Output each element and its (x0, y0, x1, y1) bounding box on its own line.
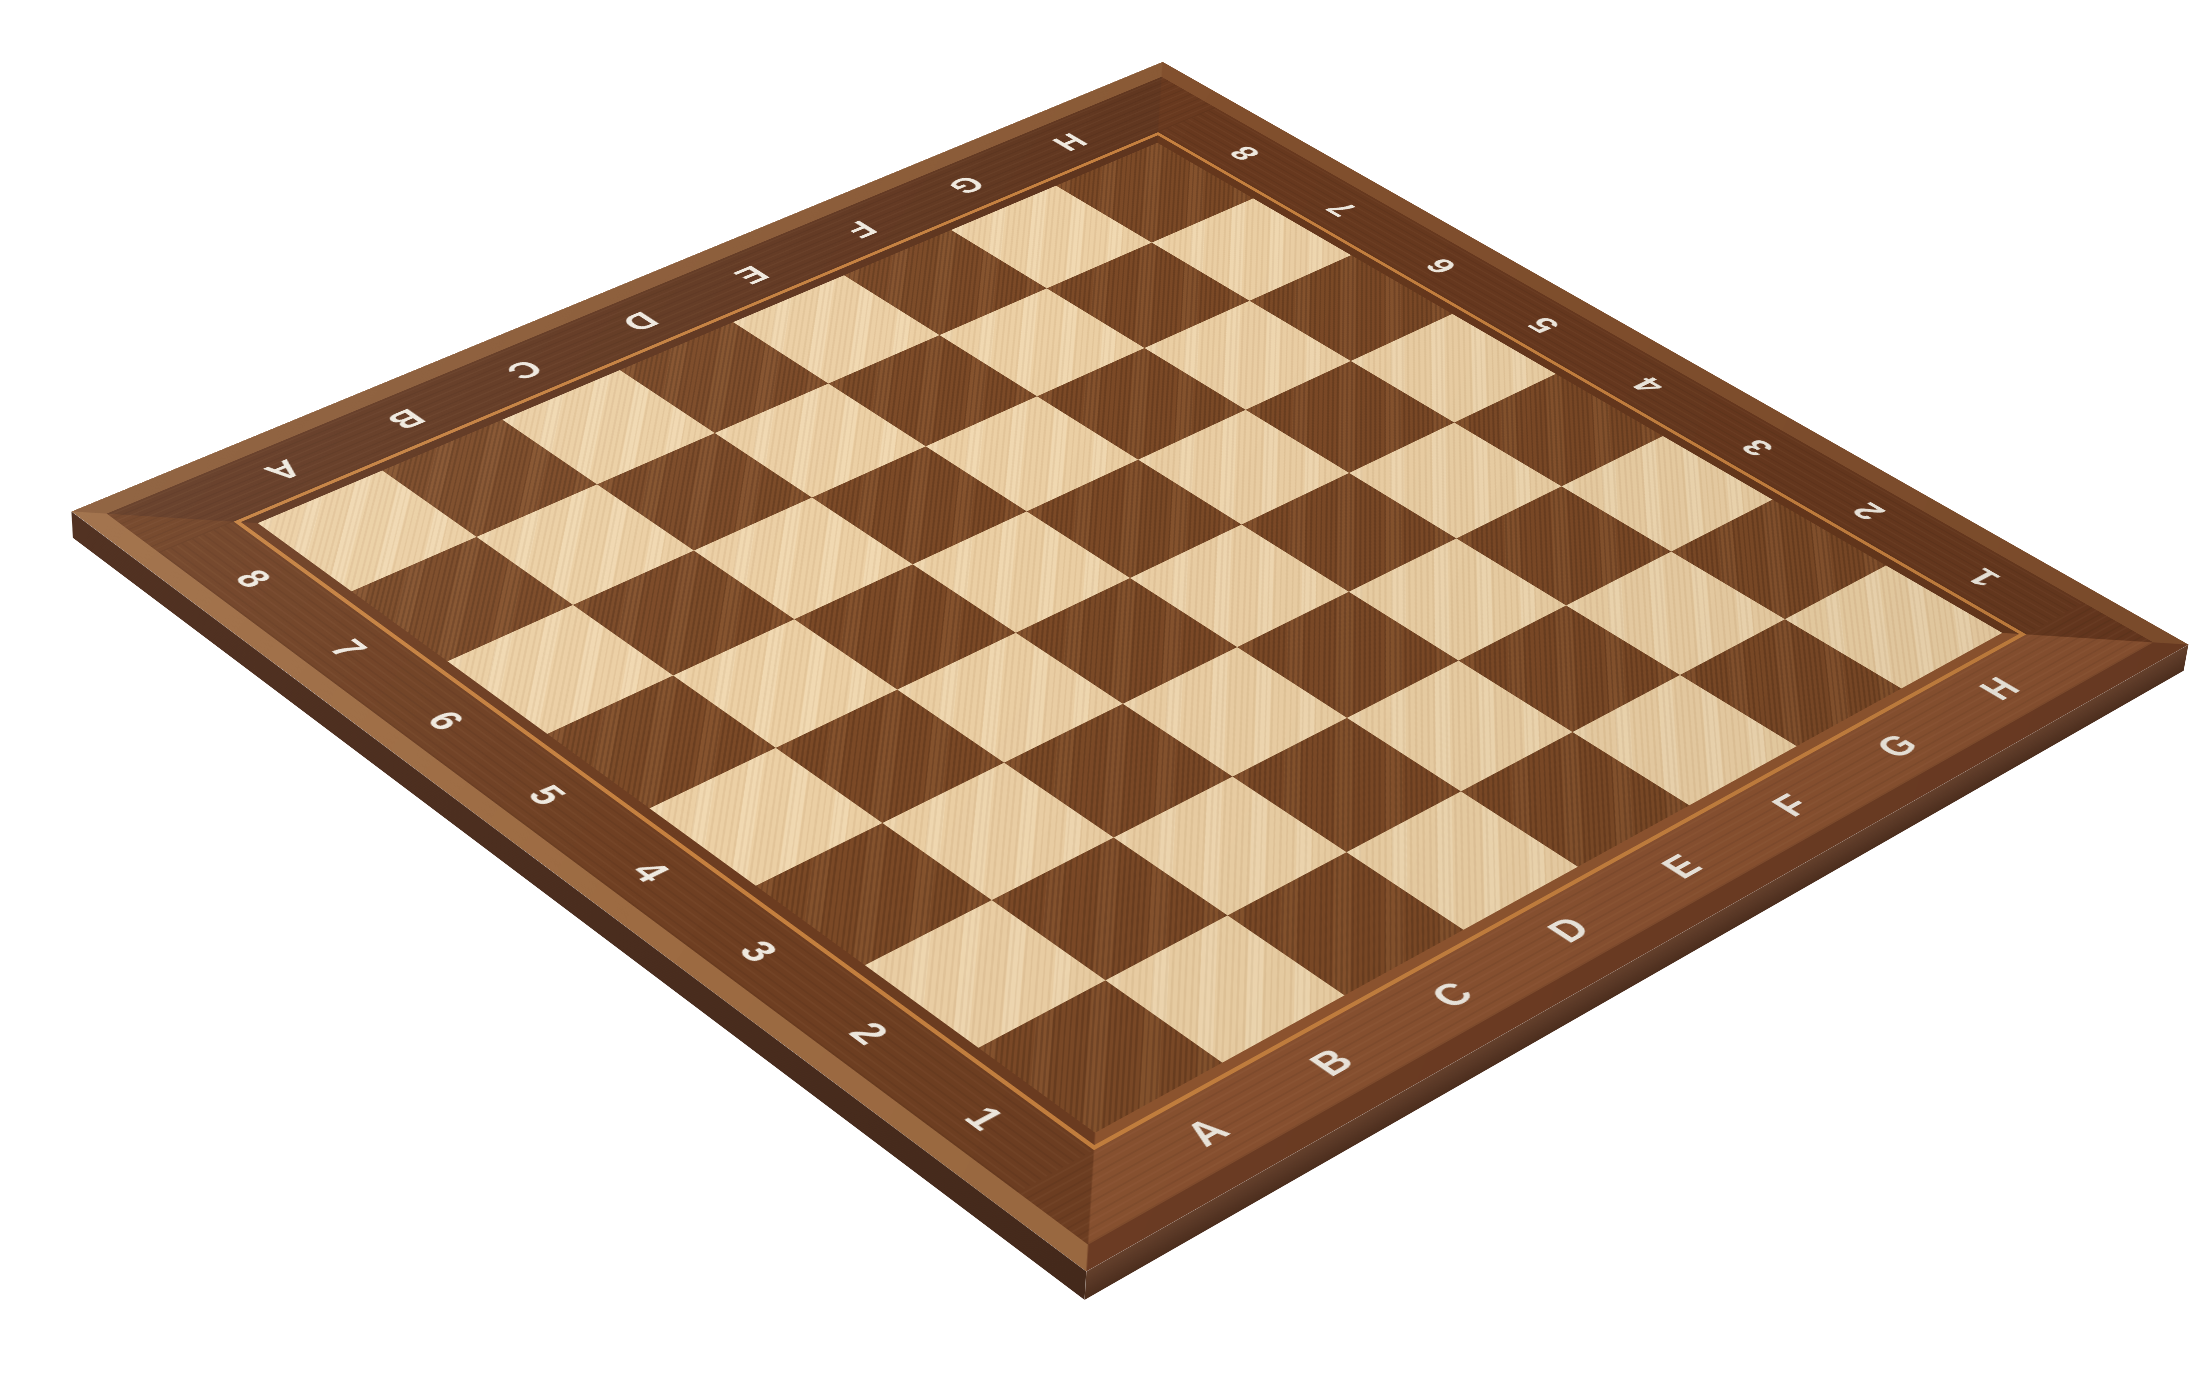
square-a7 (351, 537, 572, 661)
square-a5 (547, 675, 775, 808)
file-label-near-h: H (1926, 647, 2074, 731)
frame-grain-near (1018, 603, 2153, 1245)
file-label-near-g: G (1821, 703, 1972, 789)
square-g1 (1680, 619, 1901, 746)
square-a2 (865, 900, 1105, 1047)
square-b2 (991, 838, 1227, 981)
square-e3 (1237, 592, 1458, 718)
rank-label-left-1: 1 (873, 1050, 1094, 1188)
square-c1 (1227, 852, 1463, 995)
square-a3 (755, 823, 991, 965)
perspective-container: ABCDEFGHABCDEFGH8765432187654321 (0, 0, 2192, 1391)
square-d1 (1346, 791, 1578, 930)
square-c3 (1004, 704, 1232, 838)
board-top-face: ABCDEFGHABCDEFGH8765432187654321 (71, 62, 2188, 1272)
square-a4 (650, 748, 882, 885)
square-c5 (794, 564, 1015, 689)
file-label-near-f: F (1714, 761, 1868, 850)
file-label-near-e: E (1603, 821, 1761, 913)
square-c4 (897, 633, 1122, 762)
square-a1 (978, 980, 1222, 1133)
frame-grain-left (159, 522, 1094, 1193)
square-b1 (1105, 915, 1345, 1063)
board-squares-grid (258, 143, 2003, 1133)
square-e2 (1347, 661, 1572, 791)
file-label-near-d: D (1488, 883, 1650, 978)
square-d3 (1122, 647, 1347, 777)
square-a6 (448, 605, 673, 734)
square-b4 (775, 690, 1003, 823)
square-c2 (1114, 777, 1346, 915)
camera-tilt-wrapper: ABCDEFGHABCDEFGH8765432187654321 (0, 0, 2192, 1391)
square-d4 (1015, 578, 1236, 704)
square-d2 (1232, 718, 1460, 852)
square-f2 (1458, 605, 1679, 732)
square-e1 (1461, 732, 1689, 867)
square-b5 (672, 619, 897, 748)
square-b6 (573, 551, 794, 676)
product-photo-scene: ABCDEFGHABCDEFGH8765432187654321 (0, 0, 2192, 1391)
square-b3 (882, 762, 1114, 900)
chess-board: ABCDEFGHABCDEFGH8765432187654321 (71, 62, 2188, 1272)
square-f1 (1572, 675, 1797, 806)
